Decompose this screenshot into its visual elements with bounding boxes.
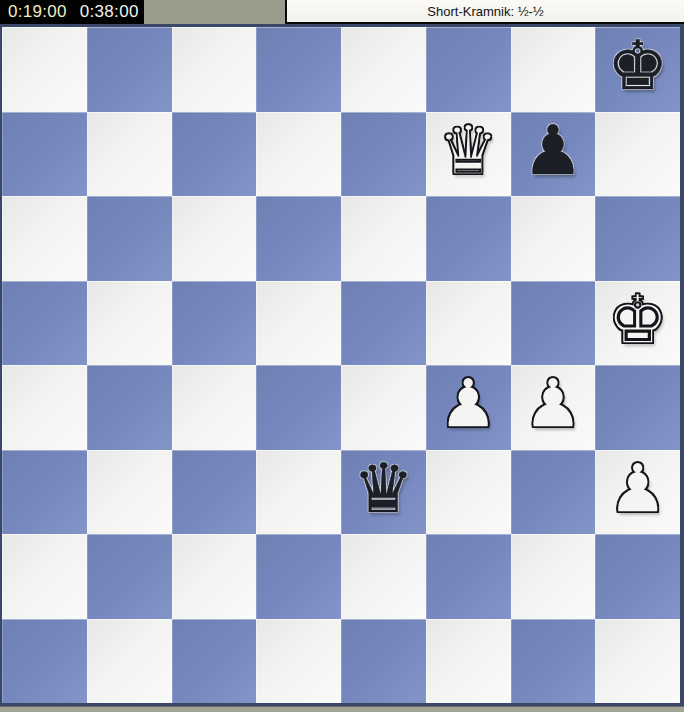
square-d2[interactable] xyxy=(256,534,341,619)
square-a4[interactable] xyxy=(2,365,87,450)
square-f2[interactable] xyxy=(426,534,511,619)
square-f7[interactable]: ♛ xyxy=(426,112,511,197)
square-e6[interactable] xyxy=(341,196,426,281)
square-h1[interactable] xyxy=(595,619,680,704)
top-bar: 0:19:00 0:38:00 Short-Kramnik: ½-½ xyxy=(0,0,684,24)
clock-panel: 0:19:00 0:38:00 xyxy=(0,0,144,24)
square-f6[interactable] xyxy=(426,196,511,281)
square-c1[interactable] xyxy=(172,619,257,704)
square-a5[interactable] xyxy=(2,281,87,366)
square-e2[interactable] xyxy=(341,534,426,619)
square-h2[interactable] xyxy=(595,534,680,619)
game-result-title: Short-Kramnik: ½-½ xyxy=(427,4,543,19)
square-g4[interactable]: ♟ xyxy=(511,365,596,450)
square-f3[interactable] xyxy=(426,450,511,535)
square-f5[interactable] xyxy=(426,281,511,366)
square-g3[interactable] xyxy=(511,450,596,535)
piece-white-pawn[interactable]: ♟ xyxy=(607,455,668,523)
square-e5[interactable] xyxy=(341,281,426,366)
square-g1[interactable] xyxy=(511,619,596,704)
piece-white-king[interactable]: ♚ xyxy=(607,286,668,354)
square-b8[interactable] xyxy=(87,27,172,112)
chess-app-window: 0:19:00 0:38:00 Short-Kramnik: ½-½ ♚♛♟♚♟… xyxy=(0,0,684,712)
square-a3[interactable] xyxy=(2,450,87,535)
square-a6[interactable] xyxy=(2,196,87,281)
square-c3[interactable] xyxy=(172,450,257,535)
square-b6[interactable] xyxy=(87,196,172,281)
square-e7[interactable] xyxy=(341,112,426,197)
square-c5[interactable] xyxy=(172,281,257,366)
square-a7[interactable] xyxy=(2,112,87,197)
square-g2[interactable] xyxy=(511,534,596,619)
square-h4[interactable] xyxy=(595,365,680,450)
square-e1[interactable] xyxy=(341,619,426,704)
square-b2[interactable] xyxy=(87,534,172,619)
square-g5[interactable] xyxy=(511,281,596,366)
left-player-clock: 0:19:00 xyxy=(8,0,67,24)
square-h3[interactable]: ♟ xyxy=(595,450,680,535)
toolbar-spacer xyxy=(144,0,285,24)
chess-board: ♚♛♟♚♟♟♛♟ xyxy=(2,27,680,703)
square-c2[interactable] xyxy=(172,534,257,619)
square-d6[interactable] xyxy=(256,196,341,281)
square-d7[interactable] xyxy=(256,112,341,197)
square-f4[interactable]: ♟ xyxy=(426,365,511,450)
piece-white-pawn[interactable]: ♟ xyxy=(522,370,583,438)
square-f8[interactable] xyxy=(426,27,511,112)
square-a2[interactable] xyxy=(2,534,87,619)
piece-white-pawn[interactable]: ♟ xyxy=(438,370,499,438)
square-c6[interactable] xyxy=(172,196,257,281)
board-frame: ♚♛♟♚♟♟♛♟ xyxy=(0,24,684,706)
square-g6[interactable] xyxy=(511,196,596,281)
square-c8[interactable] xyxy=(172,27,257,112)
square-b3[interactable] xyxy=(87,450,172,535)
square-e4[interactable] xyxy=(341,365,426,450)
square-a8[interactable] xyxy=(2,27,87,112)
square-h8[interactable]: ♚ xyxy=(595,27,680,112)
square-d5[interactable] xyxy=(256,281,341,366)
piece-black-king[interactable]: ♚ xyxy=(607,32,668,100)
square-b1[interactable] xyxy=(87,619,172,704)
piece-black-queen[interactable]: ♛ xyxy=(353,455,414,523)
square-b5[interactable] xyxy=(87,281,172,366)
square-a1[interactable] xyxy=(2,619,87,704)
game-title-bar: Short-Kramnik: ½-½ xyxy=(285,0,684,24)
square-h6[interactable] xyxy=(595,196,680,281)
square-b4[interactable] xyxy=(87,365,172,450)
square-f1[interactable] xyxy=(426,619,511,704)
right-player-clock: 0:38:00 xyxy=(80,0,139,24)
square-d3[interactable] xyxy=(256,450,341,535)
square-g8[interactable] xyxy=(511,27,596,112)
square-h5[interactable]: ♚ xyxy=(595,281,680,366)
piece-white-queen[interactable]: ♛ xyxy=(438,117,499,185)
square-e8[interactable] xyxy=(341,27,426,112)
square-d1[interactable] xyxy=(256,619,341,704)
square-e3[interactable]: ♛ xyxy=(341,450,426,535)
piece-black-pawn[interactable]: ♟ xyxy=(522,117,583,185)
square-h7[interactable] xyxy=(595,112,680,197)
square-c7[interactable] xyxy=(172,112,257,197)
square-d8[interactable] xyxy=(256,27,341,112)
status-strip xyxy=(0,706,684,712)
square-d4[interactable] xyxy=(256,365,341,450)
square-c4[interactable] xyxy=(172,365,257,450)
square-g7[interactable]: ♟ xyxy=(511,112,596,197)
square-b7[interactable] xyxy=(87,112,172,197)
